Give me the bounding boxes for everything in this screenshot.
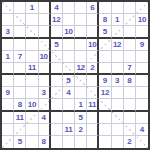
cell-r5c8[interactable] bbox=[87, 51, 99, 63]
cell-r1c12[interactable] bbox=[136, 2, 148, 14]
cell-r4c4[interactable] bbox=[39, 39, 51, 51]
cell-r12c5[interactable] bbox=[51, 136, 63, 148]
cell-r12c3[interactable] bbox=[26, 136, 38, 148]
cell-r5c7[interactable] bbox=[75, 51, 87, 63]
cell-r2c4[interactable] bbox=[39, 14, 51, 26]
cell-r5c3[interactable] bbox=[26, 51, 38, 63]
given-cell-r4c8[interactable]: 10 bbox=[87, 39, 99, 51]
cell-r7c1[interactable] bbox=[2, 75, 14, 87]
cell-r9c1[interactable] bbox=[2, 99, 14, 111]
given-cell-r6c8[interactable]: 2 bbox=[87, 63, 99, 75]
cell-r1c9[interactable] bbox=[99, 2, 111, 14]
given-cell-r3c1[interactable]: 3 bbox=[2, 26, 14, 38]
given-cell-r10c7[interactable]: 5 bbox=[75, 112, 87, 124]
cell-r7c12[interactable] bbox=[136, 75, 148, 87]
given-cell-r7c9[interactable]: 9 bbox=[99, 75, 111, 87]
cell-r6c6[interactable] bbox=[63, 63, 75, 75]
cell-r5c11[interactable] bbox=[124, 51, 136, 63]
cell-r3c4[interactable] bbox=[39, 26, 51, 38]
given-cell-r2c10[interactable]: 1 bbox=[112, 14, 124, 26]
cell-r3c10[interactable] bbox=[112, 26, 124, 38]
given-cell-r3c9[interactable]: 5 bbox=[99, 26, 111, 38]
cell-r11c4[interactable] bbox=[39, 124, 51, 136]
cell-r4c1[interactable] bbox=[2, 39, 14, 51]
given-cell-r4c10[interactable]: 12 bbox=[112, 39, 124, 51]
given-cell-r10c2[interactable]: 11 bbox=[14, 112, 26, 124]
given-cell-r10c4[interactable]: 4 bbox=[39, 112, 51, 124]
cell-r1c10[interactable] bbox=[112, 2, 124, 14]
given-cell-r11c6[interactable]: 11 bbox=[63, 124, 75, 136]
cell-r3c7[interactable] bbox=[75, 26, 87, 38]
given-cell-r2c12[interactable]: 10 bbox=[136, 14, 148, 26]
cell-r8c7[interactable] bbox=[75, 87, 87, 99]
given-cell-r7c6[interactable]: 5 bbox=[63, 75, 75, 87]
cell-r7c2[interactable] bbox=[14, 75, 26, 87]
given-cell-r7c10[interactable]: 3 bbox=[112, 75, 124, 87]
cell-r3c12[interactable] bbox=[136, 26, 148, 38]
cell-r11c8[interactable] bbox=[87, 124, 99, 136]
cell-r11c9[interactable] bbox=[99, 124, 111, 136]
cell-r2c3[interactable] bbox=[26, 14, 38, 26]
given-cell-r6c11[interactable]: 7 bbox=[124, 63, 136, 75]
cell-r6c4[interactable] bbox=[39, 63, 51, 75]
cell-r11c10[interactable] bbox=[112, 124, 124, 136]
given-cell-r9c2[interactable]: 8 bbox=[14, 99, 26, 111]
given-cell-r2c9[interactable]: 8 bbox=[99, 14, 111, 26]
cell-r1c2[interactable] bbox=[14, 2, 26, 14]
cell-r8c3[interactable] bbox=[26, 87, 38, 99]
cell-r11c11[interactable] bbox=[124, 124, 136, 136]
cell-r4c7[interactable] bbox=[75, 39, 87, 51]
cell-r10c1[interactable] bbox=[2, 112, 14, 124]
cell-r3c8[interactable] bbox=[87, 26, 99, 38]
cell-r2c6[interactable] bbox=[63, 14, 75, 26]
cell-r9c5[interactable] bbox=[51, 99, 63, 111]
cell-r4c9[interactable] bbox=[99, 39, 111, 51]
cell-r6c2[interactable] bbox=[14, 63, 26, 75]
cell-r3c2[interactable] bbox=[14, 26, 26, 38]
cell-r3c11[interactable] bbox=[124, 26, 136, 38]
cell-r12c6[interactable] bbox=[63, 136, 75, 148]
cell-r10c3[interactable] bbox=[26, 112, 38, 124]
cell-r4c3[interactable] bbox=[26, 39, 38, 51]
cell-r7c3[interactable] bbox=[26, 75, 38, 87]
cell-r12c8[interactable] bbox=[87, 136, 99, 148]
cell-r1c7[interactable] bbox=[75, 2, 87, 14]
cell-r11c5[interactable] bbox=[51, 124, 63, 136]
cell-r6c5[interactable] bbox=[51, 63, 63, 75]
cell-r2c7[interactable] bbox=[75, 14, 87, 26]
cell-r9c4[interactable] bbox=[39, 99, 51, 111]
cell-r11c2[interactable] bbox=[14, 124, 26, 136]
cell-r11c1[interactable] bbox=[2, 124, 14, 136]
cell-r2c2[interactable] bbox=[14, 14, 26, 26]
given-cell-r9c7[interactable]: 1 bbox=[75, 99, 87, 111]
cell-r4c11[interactable] bbox=[124, 39, 136, 51]
cell-r10c9[interactable] bbox=[99, 112, 111, 124]
given-cell-r9c3[interactable]: 10 bbox=[26, 99, 38, 111]
cell-r12c12[interactable] bbox=[136, 136, 148, 148]
cell-r12c9[interactable] bbox=[99, 136, 111, 148]
given-cell-r5c4[interactable]: 10 bbox=[39, 51, 51, 63]
cell-r10c12[interactable] bbox=[136, 112, 148, 124]
cell-r1c1[interactable] bbox=[2, 2, 14, 14]
given-cell-r8c1[interactable]: 9 bbox=[2, 87, 14, 99]
cell-r8c8[interactable] bbox=[87, 87, 99, 99]
cell-r10c11[interactable] bbox=[124, 112, 136, 124]
board: 1461281103105510129171011122759389341281… bbox=[0, 0, 150, 150]
cell-r9c11[interactable] bbox=[124, 99, 136, 111]
cell-r12c7[interactable] bbox=[75, 136, 87, 148]
cell-r6c12[interactable] bbox=[136, 63, 148, 75]
cell-r10c6[interactable] bbox=[63, 112, 75, 124]
cell-r9c12[interactable] bbox=[136, 99, 148, 111]
cell-r4c6[interactable] bbox=[63, 39, 75, 51]
sudoku-x-page: 1461281103105510129171011122759389341281… bbox=[0, 0, 150, 150]
cell-r12c10[interactable] bbox=[112, 136, 124, 148]
given-cell-r4c5[interactable]: 5 bbox=[51, 39, 63, 51]
given-cell-r12c4[interactable]: 8 bbox=[39, 136, 51, 148]
cell-r2c8[interactable] bbox=[87, 14, 99, 26]
given-cell-r11c7[interactable]: 2 bbox=[75, 124, 87, 136]
given-cell-r5c2[interactable]: 7 bbox=[14, 51, 26, 63]
given-cell-r11c12[interactable]: 4 bbox=[136, 124, 148, 136]
cell-r12c1[interactable] bbox=[2, 136, 14, 148]
cell-r6c9[interactable] bbox=[99, 63, 111, 75]
cell-r5c10[interactable] bbox=[112, 51, 124, 63]
cell-r2c1[interactable] bbox=[2, 14, 14, 26]
cell-r1c4[interactable] bbox=[39, 2, 51, 14]
given-cell-r6c7[interactable]: 12 bbox=[75, 63, 87, 75]
cell-r7c5[interactable] bbox=[51, 75, 63, 87]
cell-r7c8[interactable] bbox=[87, 75, 99, 87]
given-cell-r3c6[interactable]: 10 bbox=[63, 26, 75, 38]
given-cell-r7c11[interactable]: 8 bbox=[124, 75, 136, 87]
given-cell-r6c3[interactable]: 11 bbox=[26, 63, 38, 75]
cell-r11c3[interactable] bbox=[26, 124, 38, 136]
cell-r9c9[interactable] bbox=[99, 99, 111, 111]
given-cell-r4c12[interactable]: 9 bbox=[136, 39, 148, 51]
cell-r5c12[interactable] bbox=[136, 51, 148, 63]
given-cell-r2c5[interactable]: 12 bbox=[51, 14, 63, 26]
cell-r2c11[interactable] bbox=[124, 14, 136, 26]
cell-r6c1[interactable] bbox=[2, 63, 14, 75]
cell-r3c3[interactable] bbox=[26, 26, 38, 38]
cell-r7c4[interactable] bbox=[39, 75, 51, 87]
cell-r10c10[interactable] bbox=[112, 112, 124, 124]
cell-r10c5[interactable] bbox=[51, 112, 63, 124]
cell-r8c2[interactable] bbox=[14, 87, 26, 99]
cell-r8c11[interactable] bbox=[124, 87, 136, 99]
cell-r1c11[interactable] bbox=[124, 2, 136, 14]
given-cell-r1c8[interactable]: 6 bbox=[87, 2, 99, 14]
cell-r9c6[interactable] bbox=[63, 99, 75, 111]
cell-r5c6[interactable] bbox=[63, 51, 75, 63]
given-cell-r12c2[interactable]: 5 bbox=[14, 136, 26, 148]
cell-r6c10[interactable] bbox=[112, 63, 124, 75]
given-cell-r5c1[interactable]: 1 bbox=[2, 51, 14, 63]
cell-r9c10[interactable] bbox=[112, 99, 124, 111]
cell-r5c5[interactable] bbox=[51, 51, 63, 63]
given-cell-r1c3[interactable]: 1 bbox=[26, 2, 38, 14]
cell-r8c10[interactable] bbox=[112, 87, 124, 99]
given-cell-r9c8[interactable]: 11 bbox=[87, 99, 99, 111]
cell-r7c7[interactable] bbox=[75, 75, 87, 87]
given-cell-r1c5[interactable]: 4 bbox=[51, 2, 63, 14]
cell-r4c2[interactable] bbox=[14, 39, 26, 51]
cell-r3c5[interactable] bbox=[51, 26, 63, 38]
cell-r10c8[interactable] bbox=[87, 112, 99, 124]
given-cell-r8c4[interactable]: 3 bbox=[39, 87, 51, 99]
cell-r1c6[interactable] bbox=[63, 2, 75, 14]
cell-r5c9[interactable] bbox=[99, 51, 111, 63]
given-cell-r12c11[interactable]: 2 bbox=[124, 136, 136, 148]
cell-r8c12[interactable] bbox=[136, 87, 148, 99]
given-cell-r8c9[interactable]: 12 bbox=[99, 87, 111, 99]
cell-r8c5[interactable] bbox=[51, 87, 63, 99]
given-cell-r8c6[interactable]: 4 bbox=[63, 87, 75, 99]
